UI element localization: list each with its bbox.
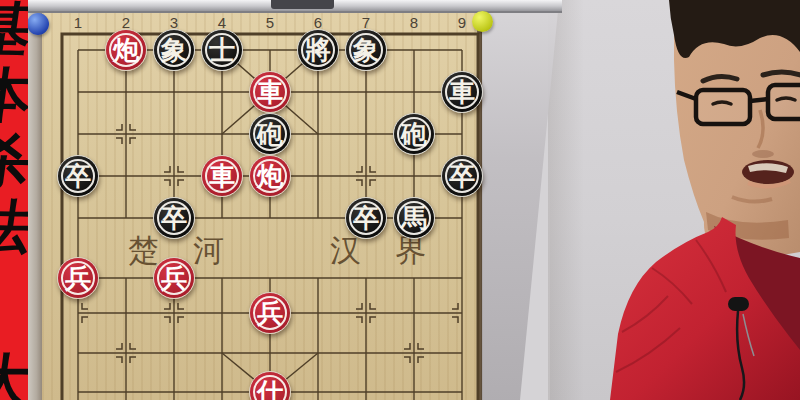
piece-black-elephant[interactable]: 象	[345, 29, 387, 71]
piece-black-soldier[interactable]: 卒	[57, 155, 99, 197]
hanger-bracket	[271, 0, 334, 9]
river-label-left: 楚河	[128, 230, 258, 272]
yellow-magnet	[472, 11, 493, 32]
board-frame-left	[28, 0, 42, 400]
piece-red-cannon[interactable]: 炮	[249, 155, 291, 197]
file-label-8: 8	[407, 14, 421, 31]
piece-red-cannon[interactable]: 炮	[105, 29, 147, 71]
piece-black-cannon[interactable]: 砲	[249, 113, 291, 155]
file-label-5: 5	[263, 14, 277, 31]
piece-red-chariot[interactable]: 車	[201, 155, 243, 197]
piece-red-chariot[interactable]: 車	[249, 71, 291, 113]
blue-magnet	[27, 13, 49, 35]
presenter-eye-left	[713, 102, 731, 104]
file-label-9: 9	[455, 14, 469, 31]
banner-char: 法	[0, 197, 28, 256]
piece-black-elephant[interactable]: 象	[153, 29, 195, 71]
piece-black-advisor[interactable]: 士	[201, 29, 243, 71]
banner-char: 本	[0, 65, 28, 124]
piece-black-general[interactable]: 將	[297, 29, 339, 71]
piece-red-soldier[interactable]: 兵	[153, 257, 195, 299]
piece-black-soldier[interactable]: 卒	[153, 197, 195, 239]
piece-red-soldier[interactable]: 兵	[57, 257, 99, 299]
presenter	[556, 0, 800, 400]
piece-black-soldier[interactable]: 卒	[345, 197, 387, 239]
presenter-nose-shadow	[752, 150, 774, 158]
piece-black-horse[interactable]: 馬	[393, 197, 435, 239]
banner-char: 大	[0, 351, 28, 400]
video-frame: 123456789 楚河 汉界 炮象士將象車車砲砲卒車炮卒卒卒馬兵兵兵仕 基 本…	[0, 0, 800, 400]
banner-left: 基 本 杀 法 大	[0, 0, 28, 400]
piece-black-soldier[interactable]: 卒	[441, 155, 483, 197]
lavalier-mic	[728, 297, 749, 311]
banner-char: 基	[0, 0, 28, 59]
banner-char: 杀	[0, 131, 28, 190]
presenter-eye-right	[777, 98, 795, 100]
file-label-1: 1	[71, 14, 85, 31]
piece-red-soldier[interactable]: 兵	[249, 292, 291, 334]
piece-black-chariot[interactable]: 車	[441, 71, 483, 113]
piece-black-cannon[interactable]: 砲	[393, 113, 435, 155]
river-label-right: 汉界	[330, 230, 460, 272]
